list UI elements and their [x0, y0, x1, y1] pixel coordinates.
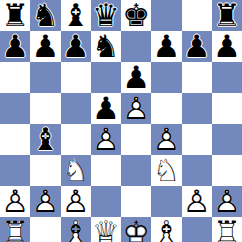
piece-outline-layer: ♙	[31, 186, 59, 217]
white-pawn-h2[interactable]: ♟♙	[212, 186, 242, 217]
piece-solid-layer: ♝	[62, 0, 90, 31]
piece-outline-layer: ♙	[183, 186, 211, 217]
square-g8[interactable]	[182, 0, 212, 31]
white-pawn-a2[interactable]: ♟♙	[0, 186, 30, 217]
square-e1[interactable]: ♚♔	[121, 217, 151, 242]
chess-board: ♜♞♝♛♚♜♟♟♟♞♟♟♟♟♟♟♙♝♟♙♟♙♞♘♞♘♟♙♟♙♟♙♟♙♟♙♜♖♝♗…	[0, 0, 242, 242]
square-e7[interactable]	[121, 31, 151, 62]
square-f5[interactable]	[151, 93, 181, 124]
white-rook-h1[interactable]: ♜♖	[212, 217, 242, 242]
piece-solid-layer: ♟	[152, 31, 180, 62]
square-f6[interactable]	[151, 62, 181, 93]
square-c7[interactable]: ♟	[61, 31, 91, 62]
square-h5[interactable]	[212, 93, 242, 124]
square-c1[interactable]: ♝♗	[61, 217, 91, 242]
piece-outline-layer: ♙	[152, 124, 180, 155]
piece-solid-layer: ♚	[122, 0, 150, 31]
white-pawn-e5[interactable]: ♟♙	[121, 93, 151, 124]
square-e2[interactable]	[121, 186, 151, 217]
square-h3[interactable]	[212, 155, 242, 186]
black-rook-a8[interactable]: ♜	[0, 0, 30, 31]
square-h6[interactable]	[212, 62, 242, 93]
square-a7[interactable]: ♟	[0, 31, 30, 62]
square-f2[interactable]	[151, 186, 181, 217]
square-a2[interactable]: ♟♙	[0, 186, 30, 217]
square-b8[interactable]: ♞	[30, 0, 60, 31]
white-bishop-c1[interactable]: ♝♗	[61, 217, 91, 242]
square-g4[interactable]	[182, 124, 212, 155]
square-d5[interactable]: ♟	[91, 93, 121, 124]
white-queen-d1[interactable]: ♛♕	[91, 217, 121, 242]
square-f1[interactable]: ♝♗	[151, 217, 181, 242]
square-f7[interactable]: ♟	[151, 31, 181, 62]
square-d6[interactable]	[91, 62, 121, 93]
square-c2[interactable]: ♟♙	[61, 186, 91, 217]
piece-solid-layer: ♛	[92, 0, 120, 31]
piece-outline-layer: ♗	[62, 217, 90, 242]
square-h1[interactable]: ♜♖	[212, 217, 242, 242]
black-rook-h8[interactable]: ♜	[212, 0, 242, 31]
piece-outline-layer: ♘	[62, 155, 90, 186]
square-a1[interactable]: ♜♖	[0, 217, 30, 242]
square-a5[interactable]	[0, 93, 30, 124]
piece-outline-layer: ♕	[92, 217, 120, 242]
square-c4[interactable]	[61, 124, 91, 155]
square-b6[interactable]	[30, 62, 60, 93]
piece-solid-layer: ♜	[1, 0, 29, 31]
white-pawn-c2[interactable]: ♟♙	[61, 186, 91, 217]
square-g5[interactable]	[182, 93, 212, 124]
piece-solid-layer: ♝	[31, 124, 59, 155]
square-g1[interactable]	[182, 217, 212, 242]
black-knight-d7[interactable]: ♞	[91, 31, 121, 62]
black-queen-d8[interactable]: ♛	[91, 0, 121, 31]
piece-solid-layer: ♟	[62, 31, 90, 62]
white-bishop-f1[interactable]: ♝♗	[151, 217, 181, 242]
piece-outline-layer: ♘	[152, 155, 180, 186]
square-e6[interactable]: ♟	[121, 62, 151, 93]
square-b5[interactable]	[30, 93, 60, 124]
white-knight-c3[interactable]: ♞♘	[61, 155, 91, 186]
square-g7[interactable]: ♟	[182, 31, 212, 62]
white-pawn-b2[interactable]: ♟♙	[30, 186, 60, 217]
white-king-e1[interactable]: ♚♔	[121, 217, 151, 242]
square-f8[interactable]	[151, 0, 181, 31]
piece-outline-layer: ♖	[213, 217, 241, 242]
black-pawn-b7[interactable]: ♟	[30, 31, 60, 62]
square-a3[interactable]	[0, 155, 30, 186]
square-e4[interactable]	[121, 124, 151, 155]
white-pawn-f4[interactable]: ♟♙	[151, 124, 181, 155]
piece-outline-layer: ♗	[152, 217, 180, 242]
square-d1[interactable]: ♛♕	[91, 217, 121, 242]
square-d7[interactable]: ♞	[91, 31, 121, 62]
square-h4[interactable]	[212, 124, 242, 155]
black-knight-b8[interactable]: ♞	[30, 0, 60, 31]
piece-outline-layer: ♙	[122, 93, 150, 124]
square-b7[interactable]: ♟	[30, 31, 60, 62]
square-g3[interactable]	[182, 155, 212, 186]
piece-solid-layer: ♟	[183, 31, 211, 62]
square-a4[interactable]	[0, 124, 30, 155]
piece-solid-layer: ♟	[31, 31, 59, 62]
black-bishop-b4[interactable]: ♝	[30, 124, 60, 155]
square-b1[interactable]	[30, 217, 60, 242]
square-c5[interactable]	[61, 93, 91, 124]
square-g6[interactable]	[182, 62, 212, 93]
piece-solid-layer: ♟	[1, 31, 29, 62]
white-pawn-g2[interactable]: ♟♙	[182, 186, 212, 217]
square-f4[interactable]: ♟♙	[151, 124, 181, 155]
piece-solid-layer: ♜	[213, 0, 241, 31]
square-a8[interactable]: ♜	[0, 0, 30, 31]
piece-solid-layer: ♟	[213, 31, 241, 62]
square-a6[interactable]	[0, 62, 30, 93]
black-pawn-f7[interactable]: ♟	[151, 31, 181, 62]
square-h2[interactable]: ♟♙	[212, 186, 242, 217]
square-f3[interactable]: ♞♘	[151, 155, 181, 186]
piece-outline-layer: ♙	[1, 186, 29, 217]
piece-outline-layer: ♙	[213, 186, 241, 217]
piece-solid-layer: ♞	[92, 31, 120, 62]
black-pawn-a7[interactable]: ♟	[0, 31, 30, 62]
square-h7[interactable]: ♟	[212, 31, 242, 62]
piece-outline-layer: ♖	[1, 217, 29, 242]
white-knight-f3[interactable]: ♞♘	[151, 155, 181, 186]
square-b2[interactable]: ♟♙	[30, 186, 60, 217]
square-d3[interactable]	[91, 155, 121, 186]
square-b3[interactable]	[30, 155, 60, 186]
piece-solid-layer: ♟	[92, 93, 120, 124]
black-king-e8[interactable]: ♚	[121, 0, 151, 31]
piece-solid-layer: ♟	[122, 62, 150, 93]
piece-solid-layer: ♞	[31, 0, 59, 31]
square-g2[interactable]: ♟♙	[182, 186, 212, 217]
square-c3[interactable]: ♞♘	[61, 155, 91, 186]
black-bishop-c8[interactable]: ♝	[61, 0, 91, 31]
square-d2[interactable]	[91, 186, 121, 217]
black-pawn-d5[interactable]: ♟	[91, 93, 121, 124]
square-c6[interactable]	[61, 62, 91, 93]
piece-outline-layer: ♙	[62, 186, 90, 217]
square-d4[interactable]: ♟♙	[91, 124, 121, 155]
square-e8[interactable]: ♚	[121, 0, 151, 31]
square-b4[interactable]: ♝	[30, 124, 60, 155]
white-rook-a1[interactable]: ♜♖	[0, 217, 30, 242]
square-h8[interactable]: ♜	[212, 0, 242, 31]
square-e5[interactable]: ♟♙	[121, 93, 151, 124]
white-pawn-d4[interactable]: ♟♙	[91, 124, 121, 155]
piece-outline-layer: ♔	[122, 217, 150, 242]
black-pawn-h7[interactable]: ♟	[212, 31, 242, 62]
piece-outline-layer: ♙	[92, 124, 120, 155]
black-pawn-e6[interactable]: ♟	[121, 62, 151, 93]
square-c8[interactable]: ♝	[61, 0, 91, 31]
square-e3[interactable]	[121, 155, 151, 186]
black-pawn-g7[interactable]: ♟	[182, 31, 212, 62]
black-pawn-c7[interactable]: ♟	[61, 31, 91, 62]
square-d8[interactable]: ♛	[91, 0, 121, 31]
